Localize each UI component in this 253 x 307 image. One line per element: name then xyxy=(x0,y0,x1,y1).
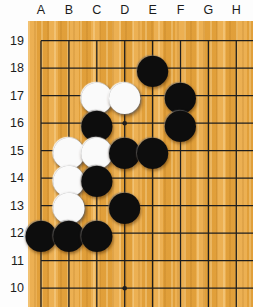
black-stone-F16: ● xyxy=(163,109,199,136)
intersection-G12[interactable] xyxy=(194,219,222,247)
intersection-G18[interactable] xyxy=(194,54,222,82)
col-label-E: E xyxy=(142,1,164,20)
intersection-F13[interactable] xyxy=(167,192,195,220)
intersection-H10[interactable] xyxy=(222,274,250,302)
intersection-F14[interactable] xyxy=(167,164,195,192)
intersection-A15[interactable] xyxy=(27,137,55,165)
white-stone-D17: ● xyxy=(107,82,143,109)
intersection-E18[interactable]: ● xyxy=(139,54,167,82)
go-board: ●●●●●●●●●●●●●●●●● xyxy=(28,21,253,307)
intersection-C14[interactable]: ● xyxy=(83,164,111,192)
intersection-D12[interactable] xyxy=(111,219,139,247)
intersection-E12[interactable] xyxy=(139,219,167,247)
intersection-B15[interactable]: ● xyxy=(55,137,83,165)
black-stone-E15: ● xyxy=(135,137,171,164)
row-label-10: 10 xyxy=(0,278,26,298)
intersection-D15[interactable]: ● xyxy=(111,137,139,165)
intersection-F17[interactable]: ● xyxy=(167,82,195,110)
intersection-H17[interactable] xyxy=(222,82,250,110)
intersection-H13[interactable] xyxy=(222,192,250,220)
intersection-A16[interactable] xyxy=(27,109,55,137)
intersection-G14[interactable] xyxy=(194,164,222,192)
col-label-B: B xyxy=(58,1,80,20)
intersection-E11[interactable] xyxy=(139,247,167,275)
intersection-C12[interactable]: ● xyxy=(83,219,111,247)
intersection-A14[interactable] xyxy=(27,164,55,192)
white-stone-C17: ● xyxy=(79,82,115,109)
black-stone-A12: ● xyxy=(23,219,59,246)
intersection-F19[interactable] xyxy=(167,27,195,55)
intersection-C17[interactable]: ● xyxy=(83,82,111,110)
col-label-D: D xyxy=(114,1,136,20)
intersection-H12[interactable] xyxy=(222,219,250,247)
black-stone-F17: ● xyxy=(163,82,199,109)
col-label-H: H xyxy=(225,1,247,20)
intersection-H18[interactable] xyxy=(222,54,250,82)
col-label-G: G xyxy=(197,1,219,20)
intersection-E14[interactable] xyxy=(139,164,167,192)
black-stone-E18: ● xyxy=(135,54,171,81)
intersection-B18[interactable] xyxy=(55,54,83,82)
intersection-B16[interactable] xyxy=(55,109,83,137)
intersection-C18[interactable] xyxy=(83,54,111,82)
intersection-B17[interactable] xyxy=(55,82,83,110)
intersection-E13[interactable] xyxy=(139,192,167,220)
intersection-A19[interactable] xyxy=(27,27,55,55)
intersection-G11[interactable] xyxy=(194,247,222,275)
col-label-C: C xyxy=(86,1,108,20)
intersection-B13[interactable]: ● xyxy=(55,192,83,220)
intersection-A18[interactable] xyxy=(27,54,55,82)
intersection-H15[interactable] xyxy=(222,137,250,165)
intersection-G19[interactable] xyxy=(194,27,222,55)
row-label-16: 16 xyxy=(0,113,26,133)
row-label-14: 14 xyxy=(0,168,26,188)
intersection-B19[interactable] xyxy=(55,27,83,55)
intersection-D18[interactable] xyxy=(111,54,139,82)
intersection-H14[interactable] xyxy=(222,164,250,192)
intersection-C19[interactable] xyxy=(83,27,111,55)
row-label-18: 18 xyxy=(0,58,26,78)
white-stone-B14: ● xyxy=(51,164,87,191)
black-stone-D13: ● xyxy=(107,192,143,219)
black-stone-C16: ● xyxy=(79,109,115,136)
intersection-F15[interactable] xyxy=(167,137,195,165)
row-label-13: 13 xyxy=(0,196,26,216)
intersection-A17[interactable] xyxy=(27,82,55,110)
white-stone-C15: ● xyxy=(79,137,115,164)
intersection-G17[interactable] xyxy=(194,82,222,110)
intersection-H11[interactable] xyxy=(222,247,250,275)
intersection-F12[interactable] xyxy=(167,219,195,247)
intersection-G13[interactable] xyxy=(194,192,222,220)
row-label-19: 19 xyxy=(0,31,26,51)
black-stone-D15: ● xyxy=(107,137,143,164)
intersection-D14[interactable] xyxy=(111,164,139,192)
intersection-G10[interactable] xyxy=(194,274,222,302)
intersection-C16[interactable]: ● xyxy=(83,109,111,137)
intersection-A13[interactable] xyxy=(27,192,55,220)
row-label-17: 17 xyxy=(0,86,26,106)
row-label-15: 15 xyxy=(0,141,26,161)
intersection-A11[interactable] xyxy=(27,247,55,275)
intersection-F16[interactable]: ● xyxy=(167,109,195,137)
intersection-D10[interactable] xyxy=(111,274,139,302)
intersection-F10[interactable] xyxy=(167,274,195,302)
intersection-A12[interactable]: ● xyxy=(27,219,55,247)
intersection-B14[interactable]: ● xyxy=(55,164,83,192)
intersection-E17[interactable] xyxy=(139,82,167,110)
intersection-grid: ●●●●●●●●●●●●●●●●● xyxy=(27,27,250,302)
intersection-H19[interactable] xyxy=(222,27,250,55)
col-label-F: F xyxy=(170,1,192,20)
row-label-12: 12 xyxy=(0,223,26,243)
intersection-C11[interactable] xyxy=(83,247,111,275)
black-stone-C14: ● xyxy=(79,164,115,191)
intersection-F18[interactable] xyxy=(167,54,195,82)
intersection-G16[interactable] xyxy=(194,109,222,137)
intersection-C13[interactable] xyxy=(83,192,111,220)
white-stone-B13: ● xyxy=(51,192,87,219)
black-stone-C12: ● xyxy=(79,219,115,246)
intersection-E16[interactable] xyxy=(139,109,167,137)
intersection-D11[interactable] xyxy=(111,247,139,275)
intersection-E19[interactable] xyxy=(139,27,167,55)
white-stone-B15: ● xyxy=(51,137,87,164)
intersection-D17[interactable]: ● xyxy=(111,82,139,110)
goban-viewport: ABCDEFGH 19181716151413121110 ●●●●●●●●●●… xyxy=(0,0,253,307)
intersection-D16[interactable] xyxy=(111,109,139,137)
black-stone-B12: ● xyxy=(51,219,87,246)
intersection-E15[interactable]: ● xyxy=(139,137,167,165)
intersection-C15[interactable]: ● xyxy=(83,137,111,165)
intersection-H16[interactable] xyxy=(222,109,250,137)
intersection-B12[interactable]: ● xyxy=(55,219,83,247)
intersection-B10[interactable] xyxy=(55,274,83,302)
intersection-B11[interactable] xyxy=(55,247,83,275)
row-label-11: 11 xyxy=(0,251,26,271)
intersection-E10[interactable] xyxy=(139,274,167,302)
intersection-D13[interactable]: ● xyxy=(111,192,139,220)
intersection-A10[interactable] xyxy=(27,274,55,302)
intersection-G15[interactable] xyxy=(194,137,222,165)
intersection-C10[interactable] xyxy=(83,274,111,302)
intersection-D19[interactable] xyxy=(111,27,139,55)
col-label-A: A xyxy=(30,1,52,20)
intersection-F11[interactable] xyxy=(167,247,195,275)
